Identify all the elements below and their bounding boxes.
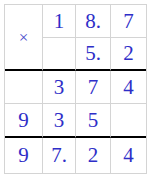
cell-r2c1: 3	[43, 71, 76, 104]
cell-r2c2: 7	[76, 71, 111, 104]
cell-r2c0	[5, 71, 43, 104]
cell-r0c3: 7	[111, 5, 146, 38]
cell-r3c3	[111, 104, 146, 138]
cell-r4c0: 9	[5, 138, 43, 173]
multiply-operator-icon: ×	[5, 5, 43, 71]
multiplication-worksheet: × 1 8. 7 5. 2 3 7 4 9 3 5 9 7. 2 4	[0, 0, 149, 174]
cell-r0c1: 1	[43, 5, 76, 38]
cell-r0c2: 8.	[76, 5, 111, 38]
cell-r1c1	[43, 38, 76, 71]
cell-r3c1: 3	[43, 104, 76, 138]
cell-r2c3: 4	[111, 71, 146, 104]
cell-r1c3: 2	[111, 38, 146, 71]
multiplication-grid: × 1 8. 7 5. 2 3 7 4 9 3 5 9 7. 2 4	[4, 4, 147, 174]
cell-r3c2: 5	[76, 104, 111, 138]
cell-r4c2: 2	[76, 138, 111, 173]
cell-r3c0: 9	[5, 104, 43, 138]
cell-r4c1: 7.	[43, 138, 76, 173]
cell-r1c2: 5.	[76, 38, 111, 71]
cell-r4c3: 4	[111, 138, 146, 173]
